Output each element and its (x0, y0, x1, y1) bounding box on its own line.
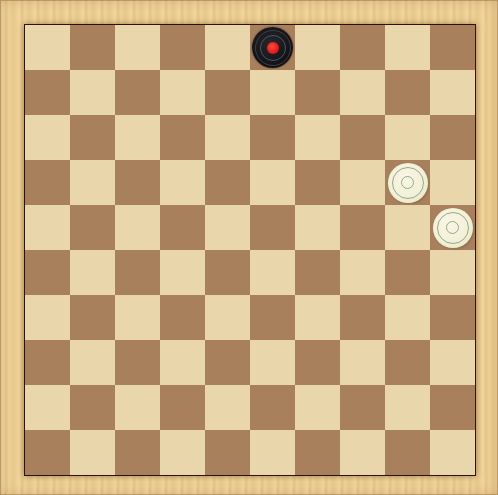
square-r6c4[interactable] (205, 295, 250, 340)
square-r6c6[interactable] (295, 295, 340, 340)
square-r6c3[interactable] (160, 295, 205, 340)
square-r4c8[interactable] (385, 205, 430, 250)
square-r4c0[interactable] (25, 205, 70, 250)
square-r3c0[interactable] (25, 160, 70, 205)
square-r8c8[interactable] (385, 385, 430, 430)
square-r1c2[interactable] (115, 70, 160, 115)
square-r8c1[interactable] (70, 385, 115, 430)
square-r4c5[interactable] (250, 205, 295, 250)
square-r4c4[interactable] (205, 205, 250, 250)
square-r9c5[interactable] (250, 430, 295, 475)
square-r2c4[interactable] (205, 115, 250, 160)
square-r0c7[interactable] (340, 25, 385, 70)
square-r8c9[interactable] (430, 385, 475, 430)
square-r8c7[interactable] (340, 385, 385, 430)
square-r9c6[interactable] (295, 430, 340, 475)
square-r8c0[interactable] (25, 385, 70, 430)
square-r7c2[interactable] (115, 340, 160, 385)
square-r1c5[interactable] (250, 70, 295, 115)
square-r1c1[interactable] (70, 70, 115, 115)
square-r2c7[interactable] (340, 115, 385, 160)
square-r9c7[interactable] (340, 430, 385, 475)
square-r0c1[interactable] (70, 25, 115, 70)
square-r3c2[interactable] (115, 160, 160, 205)
square-r3c9[interactable] (430, 160, 475, 205)
square-r8c2[interactable] (115, 385, 160, 430)
square-r8c6[interactable] (295, 385, 340, 430)
square-r5c0[interactable] (25, 250, 70, 295)
square-r3c1[interactable] (70, 160, 115, 205)
square-r7c6[interactable] (295, 340, 340, 385)
square-r9c3[interactable] (160, 430, 205, 475)
square-r5c1[interactable] (70, 250, 115, 295)
square-r4c9[interactable] (430, 205, 475, 250)
square-r7c7[interactable] (340, 340, 385, 385)
square-r0c0[interactable] (25, 25, 70, 70)
square-r3c6[interactable] (295, 160, 340, 205)
square-r3c4[interactable] (205, 160, 250, 205)
white-piece[interactable] (433, 208, 473, 248)
square-r0c9[interactable] (430, 25, 475, 70)
square-r2c2[interactable] (115, 115, 160, 160)
square-r9c8[interactable] (385, 430, 430, 475)
square-r7c5[interactable] (250, 340, 295, 385)
square-r4c7[interactable] (340, 205, 385, 250)
square-r4c3[interactable] (160, 205, 205, 250)
square-r2c6[interactable] (295, 115, 340, 160)
red-dot-marker (267, 42, 279, 54)
square-r3c5[interactable] (250, 160, 295, 205)
square-r6c2[interactable] (115, 295, 160, 340)
square-r5c4[interactable] (205, 250, 250, 295)
square-r5c2[interactable] (115, 250, 160, 295)
white-piece[interactable] (388, 163, 428, 203)
square-r6c0[interactable] (25, 295, 70, 340)
square-r1c7[interactable] (340, 70, 385, 115)
square-r5c5[interactable] (250, 250, 295, 295)
square-r6c5[interactable] (250, 295, 295, 340)
square-r6c8[interactable] (385, 295, 430, 340)
square-r9c2[interactable] (115, 430, 160, 475)
square-r2c9[interactable] (430, 115, 475, 160)
square-r5c8[interactable] (385, 250, 430, 295)
square-r9c4[interactable] (205, 430, 250, 475)
square-r4c2[interactable] (115, 205, 160, 250)
square-r7c4[interactable] (205, 340, 250, 385)
square-r0c4[interactable] (205, 25, 250, 70)
square-r3c8[interactable] (385, 160, 430, 205)
square-r0c3[interactable] (160, 25, 205, 70)
square-r2c0[interactable] (25, 115, 70, 160)
square-r9c1[interactable] (70, 430, 115, 475)
square-r8c3[interactable] (160, 385, 205, 430)
square-r3c7[interactable] (340, 160, 385, 205)
square-r6c9[interactable] (430, 295, 475, 340)
square-r5c7[interactable] (340, 250, 385, 295)
square-r1c3[interactable] (160, 70, 205, 115)
square-r2c3[interactable] (160, 115, 205, 160)
square-r3c3[interactable] (160, 160, 205, 205)
square-r1c9[interactable] (430, 70, 475, 115)
square-r1c4[interactable] (205, 70, 250, 115)
square-r0c5[interactable] (250, 25, 295, 70)
square-r9c9[interactable] (430, 430, 475, 475)
square-r7c8[interactable] (385, 340, 430, 385)
square-r2c1[interactable] (70, 115, 115, 160)
square-r2c8[interactable] (385, 115, 430, 160)
square-r0c6[interactable] (295, 25, 340, 70)
square-r4c6[interactable] (295, 205, 340, 250)
square-r5c6[interactable] (295, 250, 340, 295)
black-piece[interactable] (252, 27, 293, 68)
square-r9c0[interactable] (25, 430, 70, 475)
square-r8c5[interactable] (250, 385, 295, 430)
square-r5c3[interactable] (160, 250, 205, 295)
square-r7c9[interactable] (430, 340, 475, 385)
square-r4c1[interactable] (70, 205, 115, 250)
square-r7c1[interactable] (70, 340, 115, 385)
square-r5c9[interactable] (430, 250, 475, 295)
square-r2c5[interactable] (250, 115, 295, 160)
square-r7c3[interactable] (160, 340, 205, 385)
board (24, 24, 476, 476)
square-r6c7[interactable] (340, 295, 385, 340)
square-r1c8[interactable] (385, 70, 430, 115)
square-r1c6[interactable] (295, 70, 340, 115)
square-r0c2[interactable] (115, 25, 160, 70)
square-r1c0[interactable] (25, 70, 70, 115)
square-r7c0[interactable] (25, 340, 70, 385)
wooden-frame (0, 0, 498, 495)
square-r8c4[interactable] (205, 385, 250, 430)
square-r6c1[interactable] (70, 295, 115, 340)
square-r0c8[interactable] (385, 25, 430, 70)
